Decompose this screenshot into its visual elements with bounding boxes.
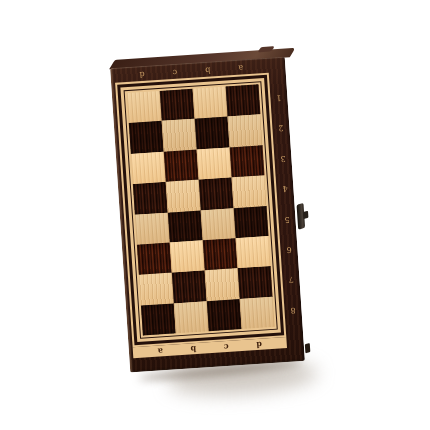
board-square: [129, 121, 164, 153]
board-frame: [115, 73, 286, 348]
board-square: [197, 147, 232, 179]
file-label: b: [191, 64, 225, 76]
board-square: [172, 271, 207, 303]
board-square: [207, 299, 242, 331]
board-square: [127, 91, 162, 123]
board-square: [141, 303, 176, 335]
board-square: [230, 145, 265, 177]
board-square: [139, 273, 174, 305]
file-label: d: [242, 338, 276, 350]
board-square: [170, 240, 205, 272]
rank-label: 1: [275, 83, 282, 114]
rank-label: 8: [289, 295, 296, 326]
frame-outer-line: [117, 75, 284, 345]
board-square: [174, 301, 209, 333]
file-label: d: [125, 68, 159, 80]
board-square: [168, 210, 203, 242]
board-square: [226, 84, 261, 116]
board-square: [135, 212, 170, 244]
board-square: [228, 115, 263, 147]
rank-label: 7: [287, 265, 294, 296]
board-square: [131, 152, 166, 184]
board-square: [238, 266, 273, 298]
file-label: c: [209, 340, 243, 352]
board-square: [203, 238, 238, 270]
board-square: [232, 175, 267, 207]
board-square: [240, 296, 275, 328]
rank-label: 4: [281, 174, 288, 205]
board-square: [166, 180, 201, 212]
rank-label: 6: [285, 234, 292, 265]
board-front-face: dcba 12345678 abcd: [110, 57, 305, 373]
board-square: [160, 89, 195, 121]
board-square: [236, 236, 271, 268]
rank-label: 2: [277, 113, 284, 144]
board-square: [137, 242, 172, 274]
board-square: [201, 208, 236, 240]
frame-inner-line: [124, 81, 278, 339]
board-square: [193, 87, 228, 119]
board-grid: [127, 84, 275, 335]
board-square: [162, 119, 197, 151]
rank-label: 3: [279, 143, 286, 174]
board-square: [195, 117, 230, 149]
board-square: [205, 268, 240, 300]
board-square: [234, 206, 269, 238]
file-label: a: [224, 61, 258, 73]
board-square: [133, 182, 168, 214]
file-label: c: [158, 66, 192, 78]
board-square: [164, 149, 199, 181]
white-background: dcba 12345678 abcd: [0, 0, 430, 430]
rank-label: 5: [283, 204, 290, 235]
file-label: b: [177, 343, 211, 355]
board-square: [199, 177, 234, 209]
hinge-bottom-icon: [305, 343, 311, 353]
folded-chess-box: dcba 12345678 abcd: [110, 57, 305, 373]
file-label: a: [144, 345, 178, 357]
